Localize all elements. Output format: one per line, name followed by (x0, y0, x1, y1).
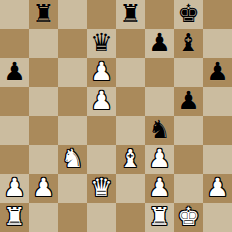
square-g8[interactable]: ♚ (174, 0, 203, 29)
square-d7[interactable]: ♛ (87, 29, 116, 58)
black-rook-e8[interactable]: ♜ (119, 0, 141, 28)
square-f6[interactable] (145, 58, 174, 87)
square-g6[interactable] (174, 58, 203, 87)
square-a3[interactable] (0, 145, 29, 174)
square-a6[interactable]: ♟ (0, 58, 29, 87)
square-g4[interactable] (174, 116, 203, 145)
square-b5[interactable] (29, 87, 58, 116)
square-c8[interactable] (58, 0, 87, 29)
white-knight-c3[interactable]: ♞ (61, 145, 83, 173)
white-pawn-d5[interactable]: ♟ (90, 87, 112, 115)
square-e7[interactable] (116, 29, 145, 58)
square-d6[interactable]: ♟ (87, 58, 116, 87)
square-f7[interactable]: ♟ (145, 29, 174, 58)
square-a8[interactable] (0, 0, 29, 29)
square-b8[interactable]: ♜ (29, 0, 58, 29)
square-h6[interactable]: ♟ (203, 58, 232, 87)
square-f1[interactable]: ♜ (145, 203, 174, 232)
black-pawn-a6[interactable]: ♟ (3, 58, 25, 86)
black-pawn-f7[interactable]: ♟ (148, 29, 170, 57)
square-g3[interactable] (174, 145, 203, 174)
square-c7[interactable] (58, 29, 87, 58)
square-b3[interactable] (29, 145, 58, 174)
square-h5[interactable] (203, 87, 232, 116)
white-rook-f1[interactable]: ♜ (148, 203, 170, 231)
white-pawn-b2[interactable]: ♟ (32, 174, 54, 202)
square-f2[interactable]: ♟ (145, 174, 174, 203)
square-g5[interactable]: ♟ (174, 87, 203, 116)
square-e3[interactable]: ♝ (116, 145, 145, 174)
square-c5[interactable] (58, 87, 87, 116)
square-g1[interactable]: ♚ (174, 203, 203, 232)
square-b2[interactable]: ♟ (29, 174, 58, 203)
square-d2[interactable]: ♛ (87, 174, 116, 203)
square-h3[interactable] (203, 145, 232, 174)
square-d5[interactable]: ♟ (87, 87, 116, 116)
chess-board: ♜♜♚♛♟♝♟♟♟♟♟♞♞♝♟♟♟♛♟♟♜♜♚ (0, 0, 232, 232)
square-c2[interactable] (58, 174, 87, 203)
black-queen-d7[interactable]: ♛ (90, 29, 112, 57)
square-c1[interactable] (58, 203, 87, 232)
square-a7[interactable] (0, 29, 29, 58)
square-h7[interactable] (203, 29, 232, 58)
white-queen-d2[interactable]: ♛ (90, 174, 112, 202)
square-h2[interactable]: ♟ (203, 174, 232, 203)
black-pawn-h6[interactable]: ♟ (206, 58, 228, 86)
square-e6[interactable] (116, 58, 145, 87)
black-pawn-g5[interactable]: ♟ (177, 87, 199, 115)
square-f8[interactable] (145, 0, 174, 29)
square-e5[interactable] (116, 87, 145, 116)
square-g2[interactable] (174, 174, 203, 203)
square-f5[interactable] (145, 87, 174, 116)
square-d1[interactable] (87, 203, 116, 232)
square-d4[interactable] (87, 116, 116, 145)
square-a5[interactable] (0, 87, 29, 116)
white-pawn-a2[interactable]: ♟ (3, 174, 25, 202)
square-b1[interactable] (29, 203, 58, 232)
square-d3[interactable] (87, 145, 116, 174)
square-h4[interactable] (203, 116, 232, 145)
square-a4[interactable] (0, 116, 29, 145)
square-b4[interactable] (29, 116, 58, 145)
white-pawn-f3[interactable]: ♟ (148, 145, 170, 173)
black-knight-f4[interactable]: ♞ (148, 116, 170, 144)
square-e4[interactable] (116, 116, 145, 145)
square-h1[interactable] (203, 203, 232, 232)
square-a2[interactable]: ♟ (0, 174, 29, 203)
white-pawn-f2[interactable]: ♟ (148, 174, 170, 202)
white-bishop-e3[interactable]: ♝ (119, 145, 141, 173)
square-f4[interactable]: ♞ (145, 116, 174, 145)
square-a1[interactable]: ♜ (0, 203, 29, 232)
square-h8[interactable] (203, 0, 232, 29)
square-b7[interactable] (29, 29, 58, 58)
square-e1[interactable] (116, 203, 145, 232)
square-e2[interactable] (116, 174, 145, 203)
square-c3[interactable]: ♞ (58, 145, 87, 174)
white-pawn-h2[interactable]: ♟ (206, 174, 228, 202)
square-c6[interactable] (58, 58, 87, 87)
square-f3[interactable]: ♟ (145, 145, 174, 174)
square-g7[interactable]: ♝ (174, 29, 203, 58)
square-e8[interactable]: ♜ (116, 0, 145, 29)
black-rook-b8[interactable]: ♜ (32, 0, 54, 28)
square-d8[interactable] (87, 0, 116, 29)
white-rook-a1[interactable]: ♜ (3, 203, 25, 231)
square-c4[interactable] (58, 116, 87, 145)
black-bishop-g7[interactable]: ♝ (177, 29, 199, 57)
white-pawn-d6[interactable]: ♟ (90, 58, 112, 86)
black-king-g8[interactable]: ♚ (177, 0, 199, 28)
white-king-g1[interactable]: ♚ (177, 203, 199, 231)
square-b6[interactable] (29, 58, 58, 87)
